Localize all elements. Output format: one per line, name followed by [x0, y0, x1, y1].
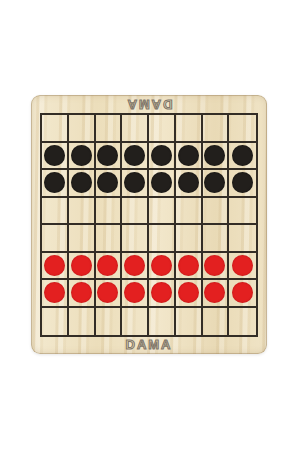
board-cell[interactable] [176, 170, 203, 198]
black-piece[interactable] [232, 172, 253, 193]
board-cell[interactable] [122, 308, 149, 336]
board-cell[interactable] [203, 225, 230, 253]
red-piece[interactable] [97, 282, 118, 303]
board-cell[interactable] [42, 308, 69, 336]
black-piece[interactable] [71, 145, 92, 166]
board-cell[interactable] [69, 308, 96, 336]
board-cell[interactable] [229, 253, 256, 281]
board-cell[interactable] [122, 280, 149, 308]
board-cell[interactable] [96, 308, 123, 336]
black-piece[interactable] [232, 145, 253, 166]
board-cell[interactable] [69, 280, 96, 308]
black-piece[interactable] [151, 172, 172, 193]
red-piece[interactable] [71, 255, 92, 276]
board-cell[interactable] [203, 253, 230, 281]
board-cell[interactable] [96, 280, 123, 308]
board-grid [40, 113, 258, 337]
black-piece[interactable] [124, 172, 145, 193]
board-cell[interactable] [42, 115, 69, 143]
red-piece[interactable] [71, 282, 92, 303]
board-cell[interactable] [69, 143, 96, 171]
black-piece[interactable] [151, 145, 172, 166]
board-cell[interactable] [176, 280, 203, 308]
board-cell[interactable] [149, 308, 176, 336]
red-piece[interactable] [124, 255, 145, 276]
board-cell[interactable] [203, 143, 230, 171]
board-cell[interactable] [122, 115, 149, 143]
board-cell[interactable] [203, 198, 230, 226]
black-piece[interactable] [71, 172, 92, 193]
red-piece[interactable] [204, 282, 225, 303]
board-cell[interactable] [96, 115, 123, 143]
board-cell[interactable] [176, 198, 203, 226]
black-piece[interactable] [97, 172, 118, 193]
board-cell[interactable] [149, 253, 176, 281]
board-cell[interactable] [176, 115, 203, 143]
red-piece[interactable] [232, 255, 253, 276]
red-piece[interactable] [178, 255, 199, 276]
board-cell[interactable] [122, 253, 149, 281]
board-cell[interactable] [42, 143, 69, 171]
board-cell[interactable] [69, 170, 96, 198]
board-cell[interactable] [203, 308, 230, 336]
board-cell[interactable] [96, 143, 123, 171]
red-piece[interactable] [151, 255, 172, 276]
board-cell[interactable] [96, 170, 123, 198]
board-cell[interactable] [176, 308, 203, 336]
board-cell[interactable] [203, 280, 230, 308]
board-cell[interactable] [203, 115, 230, 143]
board-cell[interactable] [42, 253, 69, 281]
board-cell[interactable] [229, 143, 256, 171]
red-piece[interactable] [44, 282, 65, 303]
board-cell[interactable] [69, 115, 96, 143]
black-piece[interactable] [97, 145, 118, 166]
board-cell[interactable] [149, 225, 176, 253]
board-cell[interactable] [69, 253, 96, 281]
board-cell[interactable] [149, 115, 176, 143]
board-cell[interactable] [176, 225, 203, 253]
red-piece[interactable] [178, 282, 199, 303]
board-cell[interactable] [42, 280, 69, 308]
board-cell[interactable] [96, 198, 123, 226]
board-cell[interactable] [96, 253, 123, 281]
board-cell[interactable] [122, 198, 149, 226]
board-title-bottom: DAMA [31, 337, 267, 352]
black-piece[interactable] [204, 145, 225, 166]
board-title-top: DAMA [31, 97, 267, 112]
board-cell[interactable] [42, 170, 69, 198]
product-photo: DAMA DAMA [0, 0, 300, 450]
board-cell[interactable] [96, 225, 123, 253]
board-cell[interactable] [176, 253, 203, 281]
board-cell[interactable] [69, 198, 96, 226]
board-cell[interactable] [229, 308, 256, 336]
board-cell[interactable] [229, 198, 256, 226]
board-cell[interactable] [229, 225, 256, 253]
board-cell[interactable] [122, 225, 149, 253]
red-piece[interactable] [151, 282, 172, 303]
red-piece[interactable] [232, 282, 253, 303]
board-cell[interactable] [229, 170, 256, 198]
black-piece[interactable] [124, 145, 145, 166]
board-cell[interactable] [42, 225, 69, 253]
board-cell[interactable] [149, 198, 176, 226]
black-piece[interactable] [178, 145, 199, 166]
board-cell[interactable] [42, 198, 69, 226]
black-piece[interactable] [44, 145, 65, 166]
board-cell[interactable] [176, 143, 203, 171]
dama-board: DAMA DAMA [31, 95, 267, 354]
board-cell[interactable] [122, 143, 149, 171]
board-cell[interactable] [69, 225, 96, 253]
red-piece[interactable] [97, 255, 118, 276]
board-cell[interactable] [149, 143, 176, 171]
board-cell[interactable] [203, 170, 230, 198]
board-cell[interactable] [229, 115, 256, 143]
black-piece[interactable] [204, 172, 225, 193]
board-cell[interactable] [149, 170, 176, 198]
board-cell[interactable] [122, 170, 149, 198]
red-piece[interactable] [44, 255, 65, 276]
black-piece[interactable] [44, 172, 65, 193]
black-piece[interactable] [178, 172, 199, 193]
board-cell[interactable] [149, 280, 176, 308]
red-piece[interactable] [204, 255, 225, 276]
red-piece[interactable] [124, 282, 145, 303]
board-cell[interactable] [229, 280, 256, 308]
